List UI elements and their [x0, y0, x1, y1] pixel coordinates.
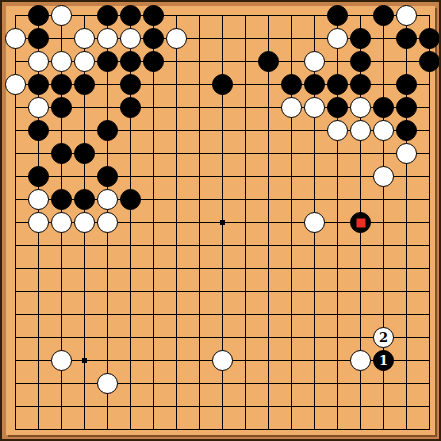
- point-12-15[interactable]: [257, 326, 280, 349]
- point-16-18[interactable]: [349, 395, 372, 418]
- point-8-5[interactable]: [165, 96, 188, 119]
- point-3-8[interactable]: [50, 165, 73, 188]
- point-4-11[interactable]: [73, 234, 96, 257]
- point-16-1[interactable]: [349, 4, 372, 27]
- point-7-12[interactable]: [142, 257, 165, 280]
- point-6-19[interactable]: [119, 418, 142, 441]
- point-7-2[interactable]: [142, 27, 165, 50]
- point-9-3[interactable]: [188, 50, 211, 73]
- point-6-16[interactable]: [119, 349, 142, 372]
- point-9-13[interactable]: [188, 280, 211, 303]
- point-4-2[interactable]: [73, 27, 96, 50]
- point-15-13[interactable]: [326, 280, 349, 303]
- point-11-7[interactable]: [234, 142, 257, 165]
- point-7-19[interactable]: [142, 418, 165, 441]
- point-18-3[interactable]: [395, 50, 418, 73]
- point-14-8[interactable]: [303, 165, 326, 188]
- point-2-2[interactable]: [27, 27, 50, 50]
- point-13-6[interactable]: [280, 119, 303, 142]
- point-9-1[interactable]: [188, 4, 211, 27]
- point-17-16[interactable]: 1: [372, 349, 395, 372]
- point-17-13[interactable]: [372, 280, 395, 303]
- point-17-11[interactable]: [372, 234, 395, 257]
- point-2-11[interactable]: [27, 234, 50, 257]
- point-5-7[interactable]: [96, 142, 119, 165]
- point-12-7[interactable]: [257, 142, 280, 165]
- point-7-10[interactable]: [142, 211, 165, 234]
- point-8-6[interactable]: [165, 119, 188, 142]
- point-5-1[interactable]: [96, 4, 119, 27]
- point-16-15[interactable]: [349, 326, 372, 349]
- point-9-7[interactable]: [188, 142, 211, 165]
- point-1-13[interactable]: [4, 280, 27, 303]
- point-7-8[interactable]: [142, 165, 165, 188]
- point-19-12[interactable]: [418, 257, 441, 280]
- point-10-1[interactable]: [211, 4, 234, 27]
- point-6-15[interactable]: [119, 326, 142, 349]
- point-3-3[interactable]: [50, 50, 73, 73]
- point-1-17[interactable]: [4, 372, 27, 395]
- point-4-9[interactable]: [73, 188, 96, 211]
- point-8-13[interactable]: [165, 280, 188, 303]
- point-16-3[interactable]: [349, 50, 372, 73]
- point-15-6[interactable]: [326, 119, 349, 142]
- point-3-16[interactable]: [50, 349, 73, 372]
- point-2-5[interactable]: [27, 96, 50, 119]
- point-1-4[interactable]: [4, 73, 27, 96]
- point-8-3[interactable]: [165, 50, 188, 73]
- point-1-15[interactable]: [4, 326, 27, 349]
- point-11-4[interactable]: [234, 73, 257, 96]
- point-10-18[interactable]: [211, 395, 234, 418]
- point-19-14[interactable]: [418, 303, 441, 326]
- point-13-9[interactable]: [280, 188, 303, 211]
- point-13-5[interactable]: [280, 96, 303, 119]
- point-18-18[interactable]: [395, 395, 418, 418]
- point-8-12[interactable]: [165, 257, 188, 280]
- point-13-19[interactable]: [280, 418, 303, 441]
- point-5-6[interactable]: [96, 119, 119, 142]
- point-15-4[interactable]: [326, 73, 349, 96]
- point-17-6[interactable]: [372, 119, 395, 142]
- point-12-18[interactable]: [257, 395, 280, 418]
- point-12-1[interactable]: [257, 4, 280, 27]
- point-15-14[interactable]: [326, 303, 349, 326]
- point-17-3[interactable]: [372, 50, 395, 73]
- point-10-8[interactable]: [211, 165, 234, 188]
- point-11-11[interactable]: [234, 234, 257, 257]
- point-15-3[interactable]: [326, 50, 349, 73]
- point-11-2[interactable]: [234, 27, 257, 50]
- point-18-9[interactable]: [395, 188, 418, 211]
- point-2-17[interactable]: [27, 372, 50, 395]
- point-2-3[interactable]: [27, 50, 50, 73]
- point-17-7[interactable]: [372, 142, 395, 165]
- point-12-8[interactable]: [257, 165, 280, 188]
- point-19-16[interactable]: [418, 349, 441, 372]
- point-6-17[interactable]: [119, 372, 142, 395]
- point-4-13[interactable]: [73, 280, 96, 303]
- point-14-15[interactable]: [303, 326, 326, 349]
- point-19-5[interactable]: [418, 96, 441, 119]
- point-17-18[interactable]: [372, 395, 395, 418]
- point-4-14[interactable]: [73, 303, 96, 326]
- point-11-10[interactable]: [234, 211, 257, 234]
- point-19-3[interactable]: [418, 50, 441, 73]
- point-18-14[interactable]: [395, 303, 418, 326]
- point-6-18[interactable]: [119, 395, 142, 418]
- point-14-13[interactable]: [303, 280, 326, 303]
- point-13-4[interactable]: [280, 73, 303, 96]
- point-13-7[interactable]: [280, 142, 303, 165]
- point-14-5[interactable]: [303, 96, 326, 119]
- point-2-9[interactable]: [27, 188, 50, 211]
- point-15-1[interactable]: [326, 4, 349, 27]
- point-17-8[interactable]: [372, 165, 395, 188]
- point-11-12[interactable]: [234, 257, 257, 280]
- point-17-15[interactable]: 2: [372, 326, 395, 349]
- point-19-11[interactable]: [418, 234, 441, 257]
- point-1-12[interactable]: [4, 257, 27, 280]
- point-8-8[interactable]: [165, 165, 188, 188]
- point-7-4[interactable]: [142, 73, 165, 96]
- point-1-14[interactable]: [4, 303, 27, 326]
- point-13-2[interactable]: [280, 27, 303, 50]
- point-5-3[interactable]: [96, 50, 119, 73]
- point-6-8[interactable]: [119, 165, 142, 188]
- point-6-2[interactable]: [119, 27, 142, 50]
- point-10-6[interactable]: [211, 119, 234, 142]
- point-1-3[interactable]: [4, 50, 27, 73]
- point-12-13[interactable]: [257, 280, 280, 303]
- point-11-17[interactable]: [234, 372, 257, 395]
- point-10-3[interactable]: [211, 50, 234, 73]
- point-19-17[interactable]: [418, 372, 441, 395]
- point-10-19[interactable]: [211, 418, 234, 441]
- point-7-16[interactable]: [142, 349, 165, 372]
- point-15-15[interactable]: [326, 326, 349, 349]
- point-10-12[interactable]: [211, 257, 234, 280]
- point-10-11[interactable]: [211, 234, 234, 257]
- point-1-11[interactable]: [4, 234, 27, 257]
- point-12-9[interactable]: [257, 188, 280, 211]
- point-18-2[interactable]: [395, 27, 418, 50]
- point-8-9[interactable]: [165, 188, 188, 211]
- point-4-3[interactable]: [73, 50, 96, 73]
- point-10-2[interactable]: [211, 27, 234, 50]
- point-5-18[interactable]: [96, 395, 119, 418]
- point-13-3[interactable]: [280, 50, 303, 73]
- point-13-10[interactable]: [280, 211, 303, 234]
- point-13-12[interactable]: [280, 257, 303, 280]
- point-12-17[interactable]: [257, 372, 280, 395]
- point-19-1[interactable]: [418, 4, 441, 27]
- point-1-5[interactable]: [4, 96, 27, 119]
- point-1-18[interactable]: [4, 395, 27, 418]
- point-9-8[interactable]: [188, 165, 211, 188]
- point-3-15[interactable]: [50, 326, 73, 349]
- point-4-12[interactable]: [73, 257, 96, 280]
- point-11-14[interactable]: [234, 303, 257, 326]
- point-12-5[interactable]: [257, 96, 280, 119]
- point-13-16[interactable]: [280, 349, 303, 372]
- point-10-13[interactable]: [211, 280, 234, 303]
- point-17-4[interactable]: [372, 73, 395, 96]
- point-4-19[interactable]: [73, 418, 96, 441]
- point-19-10[interactable]: [418, 211, 441, 234]
- point-12-4[interactable]: [257, 73, 280, 96]
- point-7-11[interactable]: [142, 234, 165, 257]
- point-19-6[interactable]: [418, 119, 441, 142]
- point-4-15[interactable]: [73, 326, 96, 349]
- point-19-15[interactable]: [418, 326, 441, 349]
- point-16-7[interactable]: [349, 142, 372, 165]
- point-7-18[interactable]: [142, 395, 165, 418]
- point-3-6[interactable]: [50, 119, 73, 142]
- point-5-2[interactable]: [96, 27, 119, 50]
- point-17-1[interactable]: [372, 4, 395, 27]
- point-14-16[interactable]: [303, 349, 326, 372]
- point-5-10[interactable]: [96, 211, 119, 234]
- point-18-17[interactable]: [395, 372, 418, 395]
- point-18-16[interactable]: [395, 349, 418, 372]
- point-13-1[interactable]: [280, 4, 303, 27]
- point-7-13[interactable]: [142, 280, 165, 303]
- point-14-10[interactable]: [303, 211, 326, 234]
- point-5-19[interactable]: [96, 418, 119, 441]
- point-3-14[interactable]: [50, 303, 73, 326]
- point-14-18[interactable]: [303, 395, 326, 418]
- point-4-4[interactable]: [73, 73, 96, 96]
- point-16-14[interactable]: [349, 303, 372, 326]
- point-19-7[interactable]: [418, 142, 441, 165]
- point-13-17[interactable]: [280, 372, 303, 395]
- point-2-13[interactable]: [27, 280, 50, 303]
- point-4-7[interactable]: [73, 142, 96, 165]
- point-4-10[interactable]: [73, 211, 96, 234]
- point-17-9[interactable]: [372, 188, 395, 211]
- point-11-5[interactable]: [234, 96, 257, 119]
- point-6-9[interactable]: [119, 188, 142, 211]
- point-1-19[interactable]: [4, 418, 27, 441]
- point-16-6[interactable]: [349, 119, 372, 142]
- point-8-11[interactable]: [165, 234, 188, 257]
- point-14-9[interactable]: [303, 188, 326, 211]
- point-18-4[interactable]: [395, 73, 418, 96]
- point-5-4[interactable]: [96, 73, 119, 96]
- point-2-4[interactable]: [27, 73, 50, 96]
- point-8-7[interactable]: [165, 142, 188, 165]
- point-14-1[interactable]: [303, 4, 326, 27]
- point-7-9[interactable]: [142, 188, 165, 211]
- point-16-4[interactable]: [349, 73, 372, 96]
- point-1-7[interactable]: [4, 142, 27, 165]
- point-7-17[interactable]: [142, 372, 165, 395]
- point-9-11[interactable]: [188, 234, 211, 257]
- point-17-14[interactable]: [372, 303, 395, 326]
- point-7-5[interactable]: [142, 96, 165, 119]
- point-4-18[interactable]: [73, 395, 96, 418]
- point-9-9[interactable]: [188, 188, 211, 211]
- point-10-5[interactable]: [211, 96, 234, 119]
- point-3-9[interactable]: [50, 188, 73, 211]
- point-14-12[interactable]: [303, 257, 326, 280]
- point-12-2[interactable]: [257, 27, 280, 50]
- point-13-11[interactable]: [280, 234, 303, 257]
- point-6-4[interactable]: [119, 73, 142, 96]
- point-8-10[interactable]: [165, 211, 188, 234]
- point-16-10[interactable]: [349, 211, 372, 234]
- point-1-8[interactable]: [4, 165, 27, 188]
- point-5-12[interactable]: [96, 257, 119, 280]
- point-4-17[interactable]: [73, 372, 96, 395]
- point-13-14[interactable]: [280, 303, 303, 326]
- point-19-4[interactable]: [418, 73, 441, 96]
- point-4-6[interactable]: [73, 119, 96, 142]
- point-2-18[interactable]: [27, 395, 50, 418]
- point-7-14[interactable]: [142, 303, 165, 326]
- point-9-10[interactable]: [188, 211, 211, 234]
- point-15-8[interactable]: [326, 165, 349, 188]
- point-19-19[interactable]: [418, 418, 441, 441]
- point-3-7[interactable]: [50, 142, 73, 165]
- point-5-16[interactable]: [96, 349, 119, 372]
- point-3-1[interactable]: [50, 4, 73, 27]
- point-16-11[interactable]: [349, 234, 372, 257]
- point-1-9[interactable]: [4, 188, 27, 211]
- point-16-5[interactable]: [349, 96, 372, 119]
- point-6-13[interactable]: [119, 280, 142, 303]
- point-11-13[interactable]: [234, 280, 257, 303]
- point-12-12[interactable]: [257, 257, 280, 280]
- point-18-11[interactable]: [395, 234, 418, 257]
- point-15-19[interactable]: [326, 418, 349, 441]
- point-9-15[interactable]: [188, 326, 211, 349]
- point-10-16[interactable]: [211, 349, 234, 372]
- point-8-19[interactable]: [165, 418, 188, 441]
- point-18-13[interactable]: [395, 280, 418, 303]
- point-15-5[interactable]: [326, 96, 349, 119]
- point-5-17[interactable]: [96, 372, 119, 395]
- point-16-2[interactable]: [349, 27, 372, 50]
- point-1-10[interactable]: [4, 211, 27, 234]
- point-18-8[interactable]: [395, 165, 418, 188]
- point-11-6[interactable]: [234, 119, 257, 142]
- point-2-14[interactable]: [27, 303, 50, 326]
- point-11-19[interactable]: [234, 418, 257, 441]
- point-18-5[interactable]: [395, 96, 418, 119]
- point-12-10[interactable]: [257, 211, 280, 234]
- point-2-8[interactable]: [27, 165, 50, 188]
- point-5-14[interactable]: [96, 303, 119, 326]
- point-6-5[interactable]: [119, 96, 142, 119]
- point-16-8[interactable]: [349, 165, 372, 188]
- point-11-1[interactable]: [234, 4, 257, 27]
- point-12-11[interactable]: [257, 234, 280, 257]
- point-17-10[interactable]: [372, 211, 395, 234]
- point-2-15[interactable]: [27, 326, 50, 349]
- point-5-5[interactable]: [96, 96, 119, 119]
- point-16-9[interactable]: [349, 188, 372, 211]
- point-5-15[interactable]: [96, 326, 119, 349]
- point-12-19[interactable]: [257, 418, 280, 441]
- point-7-6[interactable]: [142, 119, 165, 142]
- point-10-15[interactable]: [211, 326, 234, 349]
- point-10-10[interactable]: [211, 211, 234, 234]
- point-11-8[interactable]: [234, 165, 257, 188]
- point-10-9[interactable]: [211, 188, 234, 211]
- point-2-16[interactable]: [27, 349, 50, 372]
- point-3-12[interactable]: [50, 257, 73, 280]
- point-15-9[interactable]: [326, 188, 349, 211]
- point-18-1[interactable]: [395, 4, 418, 27]
- point-14-7[interactable]: [303, 142, 326, 165]
- point-8-2[interactable]: [165, 27, 188, 50]
- point-10-14[interactable]: [211, 303, 234, 326]
- point-6-7[interactable]: [119, 142, 142, 165]
- point-13-13[interactable]: [280, 280, 303, 303]
- point-14-17[interactable]: [303, 372, 326, 395]
- point-2-7[interactable]: [27, 142, 50, 165]
- point-17-17[interactable]: [372, 372, 395, 395]
- point-15-18[interactable]: [326, 395, 349, 418]
- point-19-9[interactable]: [418, 188, 441, 211]
- point-4-8[interactable]: [73, 165, 96, 188]
- point-14-14[interactable]: [303, 303, 326, 326]
- point-8-4[interactable]: [165, 73, 188, 96]
- point-19-8[interactable]: [418, 165, 441, 188]
- point-16-19[interactable]: [349, 418, 372, 441]
- point-9-6[interactable]: [188, 119, 211, 142]
- point-10-17[interactable]: [211, 372, 234, 395]
- point-8-15[interactable]: [165, 326, 188, 349]
- point-3-13[interactable]: [50, 280, 73, 303]
- point-7-7[interactable]: [142, 142, 165, 165]
- point-15-2[interactable]: [326, 27, 349, 50]
- point-17-12[interactable]: [372, 257, 395, 280]
- point-3-18[interactable]: [50, 395, 73, 418]
- point-3-2[interactable]: [50, 27, 73, 50]
- point-11-18[interactable]: [234, 395, 257, 418]
- point-4-5[interactable]: [73, 96, 96, 119]
- point-6-11[interactable]: [119, 234, 142, 257]
- point-15-16[interactable]: [326, 349, 349, 372]
- point-14-2[interactable]: [303, 27, 326, 50]
- point-2-6[interactable]: [27, 119, 50, 142]
- point-5-13[interactable]: [96, 280, 119, 303]
- point-14-3[interactable]: [303, 50, 326, 73]
- point-8-14[interactable]: [165, 303, 188, 326]
- point-5-8[interactable]: [96, 165, 119, 188]
- point-9-2[interactable]: [188, 27, 211, 50]
- point-2-1[interactable]: [27, 4, 50, 27]
- point-15-11[interactable]: [326, 234, 349, 257]
- point-1-16[interactable]: [4, 349, 27, 372]
- point-9-19[interactable]: [188, 418, 211, 441]
- point-15-10[interactable]: [326, 211, 349, 234]
- point-18-12[interactable]: [395, 257, 418, 280]
- point-3-11[interactable]: [50, 234, 73, 257]
- point-8-16[interactable]: [165, 349, 188, 372]
- point-6-3[interactable]: [119, 50, 142, 73]
- point-15-7[interactable]: [326, 142, 349, 165]
- point-3-5[interactable]: [50, 96, 73, 119]
- point-13-15[interactable]: [280, 326, 303, 349]
- point-6-12[interactable]: [119, 257, 142, 280]
- point-13-18[interactable]: [280, 395, 303, 418]
- point-1-1[interactable]: [4, 4, 27, 27]
- point-17-5[interactable]: [372, 96, 395, 119]
